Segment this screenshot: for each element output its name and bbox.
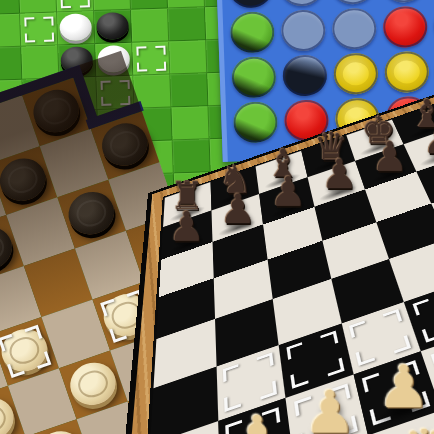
marker-corner-icon	[43, 16, 53, 25]
legal-move-marker[interactable]	[0, 325, 51, 379]
marker-corner-icon	[257, 353, 274, 371]
reversi-square[interactable]	[132, 42, 170, 76]
legal-move-marker[interactable]	[60, 0, 90, 9]
empty-hole[interactable]	[230, 11, 275, 54]
marker-corner-icon	[412, 299, 432, 316]
chess-piece-white-pawn[interactable]: ♟	[364, 355, 434, 418]
empty-hole[interactable]	[231, 56, 276, 99]
reversi-square[interactable]	[170, 73, 208, 107]
connect-four-slot[interactable]	[227, 9, 280, 56]
connect-four-slot[interactable]	[329, 5, 382, 52]
empty-hole[interactable]	[330, 0, 375, 5]
black-checker[interactable]	[96, 117, 153, 172]
black-checker[interactable]	[0, 152, 51, 207]
marker-corner-icon	[61, 0, 71, 9]
chess-piece-black-pawn[interactable]: ♟	[363, 135, 417, 179]
empty-hole[interactable]	[228, 0, 273, 9]
game-collection-scene: ♜♞♝♛♚♝♞♜♟♟♟♟♟♟♟♟♟♟♟♟♟♟♟♟♜♞♝♛♚♝♞♜	[0, 0, 434, 434]
empty-hole[interactable]	[332, 7, 377, 50]
reversi-square[interactable]	[0, 0, 20, 15]
marker-corner-icon	[137, 63, 147, 72]
reversi-square[interactable]	[20, 12, 58, 46]
white-checker[interactable]	[64, 357, 121, 412]
legal-move-marker[interactable]	[136, 45, 166, 72]
reversi-square[interactable]	[57, 11, 95, 45]
connect-four-slot[interactable]	[430, 2, 434, 49]
chess-piece-black-pawn[interactable]: ♟	[160, 205, 214, 249]
reversi-square[interactable]	[169, 40, 207, 74]
chess-square[interactable]: ♟	[218, 398, 294, 434]
connect-four-slot[interactable]	[230, 99, 283, 146]
empty-hole[interactable]	[281, 9, 326, 52]
marker-corner-icon	[0, 334, 16, 352]
empty-hole[interactable]	[381, 0, 426, 3]
empty-hole[interactable]	[282, 54, 327, 97]
black-checker[interactable]	[63, 186, 120, 241]
marker-corner-icon	[7, 360, 25, 378]
marker-corner-icon	[44, 33, 54, 42]
marker-corner-icon	[223, 364, 239, 382]
marker-corner-icon	[422, 325, 434, 343]
yellow-disc[interactable]	[333, 52, 378, 95]
chess-piece-white-pawn[interactable]: ♟	[218, 406, 295, 434]
reversi-square[interactable]	[173, 139, 211, 173]
chess-piece-white-pawn[interactable]: ♟	[291, 380, 368, 434]
marker-corner-icon	[325, 358, 344, 377]
reversi-square[interactable]	[131, 9, 169, 43]
marker-corner-icon	[80, 0, 90, 8]
marker-corner-icon	[260, 381, 278, 400]
marker-corner-icon	[25, 325, 43, 343]
empty-hole[interactable]	[279, 0, 324, 7]
marker-corner-icon	[156, 62, 166, 71]
marker-corner-icon	[155, 45, 165, 54]
reversi-square[interactable]	[168, 7, 206, 41]
chess-piece-black-pawn[interactable]: ♟	[312, 153, 366, 197]
reversi-square[interactable]	[171, 106, 209, 140]
red-disc[interactable]	[383, 6, 428, 49]
chess-piece-black-pawn[interactable]: ♟	[261, 170, 315, 214]
reversi-square[interactable]	[0, 14, 21, 48]
chess-piece-black-pawn[interactable]: ♟	[211, 188, 265, 232]
marker-corner-icon	[349, 321, 368, 338]
yellow-disc[interactable]	[384, 51, 429, 94]
connect-four-slot[interactable]	[279, 52, 332, 99]
marker-corner-icon	[383, 309, 402, 326]
marker-corner-icon	[109, 325, 127, 343]
marker-corner-icon	[25, 34, 35, 43]
marker-corner-icon	[24, 17, 34, 26]
connect-four-slot[interactable]	[330, 50, 383, 97]
chess-piece-black-pawn[interactable]: ♟	[414, 118, 434, 162]
reversi-square[interactable]	[94, 10, 132, 44]
marker-corner-icon	[320, 331, 338, 348]
connect-four-slot[interactable]	[379, 4, 432, 51]
legal-move-marker[interactable]	[24, 16, 54, 43]
chess-piece-white-queen[interactable]: ♛	[381, 419, 434, 434]
marker-corner-icon	[286, 342, 303, 360]
marker-corner-icon	[100, 299, 118, 317]
white-disc[interactable]	[59, 13, 92, 41]
black-disc[interactable]	[96, 12, 129, 40]
empty-hole[interactable]	[233, 101, 278, 144]
connect-four-slot[interactable]	[228, 54, 281, 101]
marker-corner-icon	[34, 351, 52, 369]
chess-square[interactable]: ♟	[285, 375, 367, 434]
black-checker[interactable]	[28, 84, 85, 139]
marker-corner-icon	[136, 46, 146, 55]
connect-four-slot[interactable]	[381, 49, 434, 96]
chess-square[interactable]: ♟	[211, 194, 263, 242]
connect-four-slot[interactable]	[278, 7, 331, 54]
reversi-square[interactable]	[0, 47, 22, 81]
